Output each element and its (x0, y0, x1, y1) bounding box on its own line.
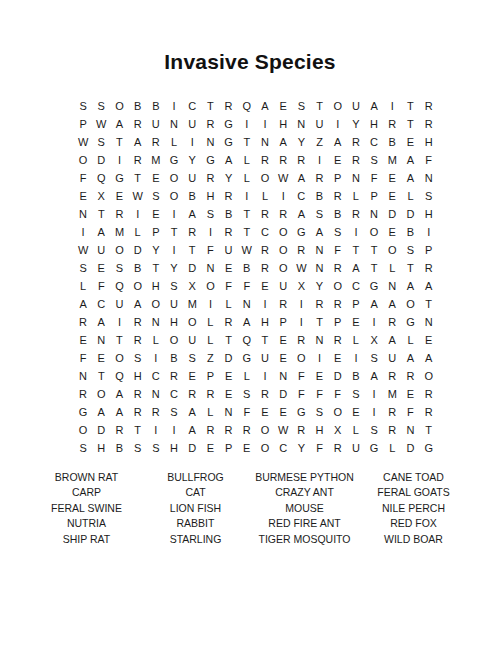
grid-cell[interactable]: S (110, 259, 128, 277)
grid-cell[interactable]: I (238, 187, 256, 205)
grid-cell[interactable]: A (347, 259, 365, 277)
grid-cell[interactable]: E (383, 223, 401, 241)
grid-cell[interactable]: R (274, 151, 292, 169)
grid-cell[interactable]: P (274, 313, 292, 331)
grid-cell[interactable]: N (147, 385, 165, 403)
grid-cell[interactable]: W (292, 259, 310, 277)
grid-cell[interactable]: R (292, 421, 310, 439)
grid-cell[interactable]: I (347, 349, 365, 367)
grid-cell[interactable]: I (292, 295, 310, 313)
grid-cell[interactable]: W (274, 169, 292, 187)
grid-cell[interactable]: A (383, 295, 401, 313)
grid-cell[interactable]: E (420, 331, 438, 349)
grid-cell[interactable]: T (420, 295, 438, 313)
grid-cell[interactable]: E (220, 385, 238, 403)
grid-cell[interactable]: H (147, 277, 165, 295)
grid-cell[interactable]: S (238, 385, 256, 403)
grid-cell[interactable]: F (92, 277, 110, 295)
grid-cell[interactable]: E (74, 331, 92, 349)
grid-cell[interactable]: O (256, 421, 274, 439)
grid-cell[interactable]: S (74, 97, 92, 115)
grid-cell[interactable]: A (383, 331, 401, 349)
grid-cell[interactable]: Q (92, 169, 110, 187)
grid-cell[interactable]: L (201, 403, 219, 421)
grid-cell[interactable]: T (401, 115, 419, 133)
grid-cell[interactable]: R (383, 367, 401, 385)
grid-cell[interactable]: I (365, 403, 383, 421)
grid-cell[interactable]: R (420, 97, 438, 115)
grid-cell[interactable]: T (92, 205, 110, 223)
grid-cell[interactable]: A (274, 133, 292, 151)
grid-cell[interactable]: D (220, 349, 238, 367)
grid-cell[interactable]: E (347, 313, 365, 331)
grid-cell[interactable]: X (183, 277, 201, 295)
grid-cell[interactable]: T (92, 367, 110, 385)
grid-cell[interactable]: T (365, 241, 383, 259)
grid-cell[interactable]: O (129, 277, 147, 295)
grid-cell[interactable]: I (256, 115, 274, 133)
grid-cell[interactable]: P (347, 295, 365, 313)
grid-cell[interactable]: H (420, 205, 438, 223)
grid-cell[interactable]: L (147, 331, 165, 349)
grid-cell[interactable]: U (92, 241, 110, 259)
grid-cell[interactable]: A (110, 403, 128, 421)
grid-cell[interactable]: T (238, 205, 256, 223)
grid-cell[interactable]: I (165, 205, 183, 223)
grid-cell[interactable]: I (165, 421, 183, 439)
grid-cell[interactable]: G (401, 313, 419, 331)
grid-cell[interactable]: U (310, 115, 328, 133)
grid-cell[interactable]: A (110, 385, 128, 403)
grid-cell[interactable]: W (274, 421, 292, 439)
grid-cell[interactable]: R (74, 313, 92, 331)
grid-cell[interactable]: R (220, 187, 238, 205)
grid-cell[interactable]: O (274, 241, 292, 259)
grid-cell[interactable]: N (292, 115, 310, 133)
grid-cell[interactable]: I (420, 223, 438, 241)
grid-cell[interactable]: F (420, 151, 438, 169)
grid-cell[interactable]: S (420, 187, 438, 205)
grid-cell[interactable]: R (292, 241, 310, 259)
grid-cell[interactable]: Y (292, 439, 310, 457)
grid-cell[interactable]: R (383, 115, 401, 133)
grid-cell[interactable]: B (110, 439, 128, 457)
grid-cell[interactable]: Y (292, 133, 310, 151)
grid-cell[interactable]: I (310, 349, 328, 367)
grid-cell[interactable]: T (110, 331, 128, 349)
grid-cell[interactable]: A (74, 295, 92, 313)
grid-cell[interactable]: I (165, 241, 183, 259)
grid-cell[interactable]: E (274, 331, 292, 349)
grid-cell[interactable]: N (383, 277, 401, 295)
grid-cell[interactable]: R (147, 133, 165, 151)
grid-cell[interactable]: C (147, 367, 165, 385)
grid-cell[interactable]: U (183, 115, 201, 133)
grid-cell[interactable]: E (274, 403, 292, 421)
grid-cell[interactable]: A (110, 115, 128, 133)
grid-cell[interactable]: F (401, 403, 419, 421)
grid-cell[interactable]: U (347, 97, 365, 115)
grid-cell[interactable]: B (329, 205, 347, 223)
grid-cell[interactable]: T (310, 97, 328, 115)
grid-cell[interactable]: R (256, 241, 274, 259)
grid-cell[interactable]: R (256, 385, 274, 403)
grid-cell[interactable]: W (238, 241, 256, 259)
grid-cell[interactable]: C (92, 295, 110, 313)
grid-cell[interactable]: B (347, 367, 365, 385)
grid-cell[interactable]: O (74, 151, 92, 169)
grid-cell[interactable]: D (183, 439, 201, 457)
grid-cell[interactable]: S (292, 97, 310, 115)
grid-cell[interactable]: R (220, 97, 238, 115)
grid-cell[interactable]: U (147, 115, 165, 133)
grid-cell[interactable]: T (147, 259, 165, 277)
grid-cell[interactable]: R (201, 115, 219, 133)
grid-cell[interactable]: O (165, 187, 183, 205)
grid-cell[interactable]: B (147, 97, 165, 115)
grid-cell[interactable]: A (401, 277, 419, 295)
grid-cell[interactable]: F (365, 169, 383, 187)
grid-cell[interactable]: O (110, 241, 128, 259)
grid-cell[interactable]: L (238, 151, 256, 169)
grid-cell[interactable]: L (74, 277, 92, 295)
grid-cell[interactable]: G (201, 151, 219, 169)
grid-cell[interactable]: Y (220, 169, 238, 187)
grid-cell[interactable]: T (420, 421, 438, 439)
grid-cell[interactable]: R (329, 295, 347, 313)
grid-cell[interactable]: G (292, 223, 310, 241)
grid-cell[interactable]: E (329, 349, 347, 367)
grid-cell[interactable]: N (310, 241, 328, 259)
grid-cell[interactable]: G (238, 349, 256, 367)
grid-cell[interactable]: S (183, 349, 201, 367)
grid-cell[interactable]: P (329, 169, 347, 187)
grid-cell[interactable]: X (92, 187, 110, 205)
grid-cell[interactable]: S (365, 421, 383, 439)
grid-cell[interactable]: B (183, 187, 201, 205)
grid-cell[interactable]: E (147, 169, 165, 187)
grid-cell[interactable]: R (329, 259, 347, 277)
grid-cell[interactable]: I (365, 313, 383, 331)
grid-cell[interactable]: T (220, 331, 238, 349)
grid-cell[interactable]: U (347, 439, 365, 457)
grid-cell[interactable]: B (238, 259, 256, 277)
grid-cell[interactable]: R (129, 385, 147, 403)
grid-cell[interactable]: S (92, 133, 110, 151)
grid-cell[interactable]: G (220, 133, 238, 151)
grid-cell[interactable]: R (256, 205, 274, 223)
grid-cell[interactable]: R (201, 385, 219, 403)
grid-cell[interactable]: B (165, 349, 183, 367)
grid-cell[interactable]: S (147, 187, 165, 205)
grid-cell[interactable]: G (220, 115, 238, 133)
grid-cell[interactable]: F (74, 349, 92, 367)
grid-cell[interactable]: L (347, 331, 365, 349)
grid-cell[interactable]: X (365, 331, 383, 349)
grid-cell[interactable]: L (347, 421, 365, 439)
grid-cell[interactable]: H (365, 115, 383, 133)
grid-cell[interactable]: T (129, 169, 147, 187)
grid-cell[interactable]: F (329, 385, 347, 403)
grid-cell[interactable]: Y (347, 115, 365, 133)
grid-cell[interactable]: E (383, 187, 401, 205)
grid-cell[interactable]: I (347, 223, 365, 241)
grid-cell[interactable]: D (129, 241, 147, 259)
grid-cell[interactable]: W (92, 115, 110, 133)
grid-cell[interactable]: A (220, 151, 238, 169)
grid-cell[interactable]: O (420, 367, 438, 385)
grid-cell[interactable]: N (420, 313, 438, 331)
grid-cell[interactable]: F (238, 277, 256, 295)
grid-cell[interactable]: F (201, 241, 219, 259)
grid-cell[interactable]: A (401, 349, 419, 367)
grid-cell[interactable]: A (92, 223, 110, 241)
grid-cell[interactable]: R (129, 403, 147, 421)
grid-cell[interactable]: A (238, 313, 256, 331)
grid-cell[interactable]: D (383, 205, 401, 223)
grid-cell[interactable]: E (401, 133, 419, 151)
grid-cell[interactable]: C (292, 187, 310, 205)
grid-cell[interactable]: U (274, 277, 292, 295)
grid-cell[interactable]: O (201, 277, 219, 295)
grid-cell[interactable]: S (147, 439, 165, 457)
grid-cell[interactable]: F (292, 385, 310, 403)
grid-cell[interactable]: E (256, 403, 274, 421)
grid-cell[interactable]: N (147, 313, 165, 331)
grid-cell[interactable]: S (310, 403, 328, 421)
grid-cell[interactable]: O (292, 349, 310, 367)
grid-cell[interactable]: R (420, 115, 438, 133)
grid-cell[interactable]: L (256, 187, 274, 205)
grid-cell[interactable]: Y (165, 259, 183, 277)
grid-cell[interactable]: O (165, 169, 183, 187)
grid-cell[interactable]: E (92, 259, 110, 277)
grid-cell[interactable]: W (74, 133, 92, 151)
grid-cell[interactable]: S (74, 439, 92, 457)
grid-cell[interactable]: S (329, 223, 347, 241)
grid-cell[interactable]: B (129, 97, 147, 115)
grid-cell[interactable]: A (292, 205, 310, 223)
grid-cell[interactable]: B (383, 133, 401, 151)
grid-cell[interactable]: P (74, 115, 92, 133)
grid-cell[interactable]: O (183, 313, 201, 331)
grid-cell[interactable]: H (165, 439, 183, 457)
grid-cell[interactable]: O (365, 223, 383, 241)
grid-cell[interactable]: R (347, 133, 365, 151)
grid-cell[interactable]: R (329, 439, 347, 457)
grid-cell[interactable]: U (183, 169, 201, 187)
grid-cell[interactable]: A (401, 169, 419, 187)
grid-cell[interactable]: N (201, 259, 219, 277)
grid-cell[interactable]: D (274, 385, 292, 403)
grid-cell[interactable]: S (365, 151, 383, 169)
grid-cell[interactable]: L (220, 295, 238, 313)
grid-cell[interactable]: E (110, 187, 128, 205)
grid-cell[interactable]: R (383, 421, 401, 439)
grid-cell[interactable]: D (329, 367, 347, 385)
grid-cell[interactable]: E (274, 349, 292, 367)
grid-cell[interactable]: P (201, 367, 219, 385)
grid-cell[interactable]: F (220, 277, 238, 295)
grid-cell[interactable]: O (256, 169, 274, 187)
grid-cell[interactable]: R (329, 331, 347, 349)
grid-cell[interactable]: P (147, 223, 165, 241)
grid-cell[interactable]: F (74, 169, 92, 187)
grid-cell[interactable]: N (401, 421, 419, 439)
grid-cell[interactable]: A (420, 277, 438, 295)
grid-cell[interactable]: L (383, 439, 401, 457)
grid-cell[interactable]: C (183, 97, 201, 115)
grid-cell[interactable]: R (129, 115, 147, 133)
grid-cell[interactable]: H (201, 187, 219, 205)
grid-cell[interactable]: L (201, 331, 219, 349)
grid-cell[interactable]: O (401, 295, 419, 313)
grid-cell[interactable]: C (347, 277, 365, 295)
grid-cell[interactable]: R (183, 223, 201, 241)
grid-cell[interactable]: M (383, 151, 401, 169)
grid-cell[interactable]: O (74, 421, 92, 439)
grid-cell[interactable]: L (401, 331, 419, 349)
grid-cell[interactable]: R (420, 403, 438, 421)
grid-cell[interactable]: Y (183, 151, 201, 169)
grid-cell[interactable]: C (256, 223, 274, 241)
grid-cell[interactable]: N (74, 367, 92, 385)
grid-cell[interactable]: I (310, 151, 328, 169)
grid-cell[interactable]: N (347, 169, 365, 187)
grid-cell[interactable]: G (110, 169, 128, 187)
grid-cell[interactable]: B (129, 259, 147, 277)
grid-cell[interactable]: P (220, 439, 238, 457)
grid-cell[interactable]: S (347, 385, 365, 403)
grid-cell[interactable]: R (383, 313, 401, 331)
grid-cell[interactable]: E (256, 277, 274, 295)
grid-cell[interactable]: T (347, 241, 365, 259)
grid-cell[interactable]: L (165, 133, 183, 151)
grid-cell[interactable]: R (347, 205, 365, 223)
grid-cell[interactable]: E (310, 367, 328, 385)
grid-cell[interactable]: N (420, 169, 438, 187)
grid-cell[interactable]: H (256, 313, 274, 331)
grid-cell[interactable]: F (329, 241, 347, 259)
grid-cell[interactable]: U (165, 295, 183, 313)
grid-cell[interactable]: R (220, 421, 238, 439)
grid-cell[interactable]: R (201, 421, 219, 439)
grid-cell[interactable]: L (201, 313, 219, 331)
grid-cell[interactable]: T (365, 259, 383, 277)
grid-cell[interactable]: I (274, 187, 292, 205)
grid-cell[interactable]: T (201, 97, 219, 115)
grid-cell[interactable]: R (420, 259, 438, 277)
grid-cell[interactable]: O (329, 403, 347, 421)
grid-cell[interactable]: L (383, 259, 401, 277)
grid-cell[interactable]: S (74, 259, 92, 277)
grid-cell[interactable]: E (274, 97, 292, 115)
grid-cell[interactable]: R (220, 223, 238, 241)
grid-cell[interactable]: I (201, 223, 219, 241)
grid-cell[interactable]: R (347, 151, 365, 169)
grid-cell[interactable]: Q (110, 367, 128, 385)
grid-cell[interactable]: U (256, 349, 274, 367)
grid-cell[interactable]: E (92, 349, 110, 367)
grid-cell[interactable]: N (256, 133, 274, 151)
grid-cell[interactable]: Z (310, 133, 328, 151)
grid-cell[interactable]: I (365, 385, 383, 403)
grid-cell[interactable]: A (310, 223, 328, 241)
grid-cell[interactable]: I (110, 313, 128, 331)
grid-cell[interactable]: E (220, 367, 238, 385)
grid-cell[interactable]: W (129, 187, 147, 205)
grid-cell[interactable]: A (365, 97, 383, 115)
grid-cell[interactable]: I (383, 97, 401, 115)
grid-cell[interactable]: E (201, 439, 219, 457)
grid-cell[interactable]: T (183, 241, 201, 259)
grid-cell[interactable]: O (147, 295, 165, 313)
grid-cell[interactable]: P (329, 313, 347, 331)
grid-cell[interactable]: M (383, 385, 401, 403)
grid-cell[interactable]: B (310, 187, 328, 205)
grid-cell[interactable]: F (292, 367, 310, 385)
grid-cell[interactable]: D (401, 205, 419, 223)
grid-cell[interactable]: R (238, 421, 256, 439)
grid-cell[interactable]: R (220, 313, 238, 331)
grid-cell[interactable]: I (238, 115, 256, 133)
grid-cell[interactable]: R (383, 403, 401, 421)
grid-cell[interactable]: T (129, 421, 147, 439)
grid-cell[interactable]: R (292, 151, 310, 169)
grid-cell[interactable]: N (165, 115, 183, 133)
grid-cell[interactable]: I (256, 367, 274, 385)
grid-cell[interactable]: D (183, 259, 201, 277)
grid-cell[interactable]: A (401, 151, 419, 169)
grid-cell[interactable]: N (365, 205, 383, 223)
grid-cell[interactable]: N (238, 295, 256, 313)
grid-cell[interactable]: N (201, 133, 219, 151)
grid-cell[interactable]: S (165, 403, 183, 421)
grid-cell[interactable]: I (74, 223, 92, 241)
grid-cell[interactable]: T (110, 133, 128, 151)
grid-cell[interactable]: H (420, 133, 438, 151)
grid-cell[interactable]: U (183, 331, 201, 349)
grid-cell[interactable]: E (347, 403, 365, 421)
grid-cell[interactable]: E (329, 151, 347, 169)
grid-cell[interactable]: R (310, 295, 328, 313)
grid-cell[interactable]: H (92, 439, 110, 457)
grid-cell[interactable]: S (401, 241, 419, 259)
grid-cell[interactable]: A (420, 349, 438, 367)
grid-cell[interactable]: R (420, 385, 438, 403)
grid-cell[interactable]: A (256, 97, 274, 115)
grid-cell[interactable]: U (220, 241, 238, 259)
grid-cell[interactable]: A (129, 133, 147, 151)
grid-cell[interactable]: R (183, 385, 201, 403)
grid-cell[interactable]: F (310, 385, 328, 403)
grid-cell[interactable]: L (401, 187, 419, 205)
grid-cell[interactable]: G (74, 403, 92, 421)
grid-cell[interactable]: B (220, 205, 238, 223)
grid-cell[interactable]: Y (147, 241, 165, 259)
grid-cell[interactable]: D (92, 421, 110, 439)
grid-cell[interactable]: A (92, 403, 110, 421)
grid-cell[interactable]: H (274, 115, 292, 133)
grid-cell[interactable]: U (110, 295, 128, 313)
grid-cell[interactable]: T (401, 259, 419, 277)
grid-cell[interactable]: O (92, 385, 110, 403)
grid-cell[interactable]: R (129, 331, 147, 349)
grid-cell[interactable]: O (256, 439, 274, 457)
grid-cell[interactable]: O (383, 241, 401, 259)
grid-cell[interactable]: H (165, 313, 183, 331)
grid-cell[interactable]: C (274, 439, 292, 457)
